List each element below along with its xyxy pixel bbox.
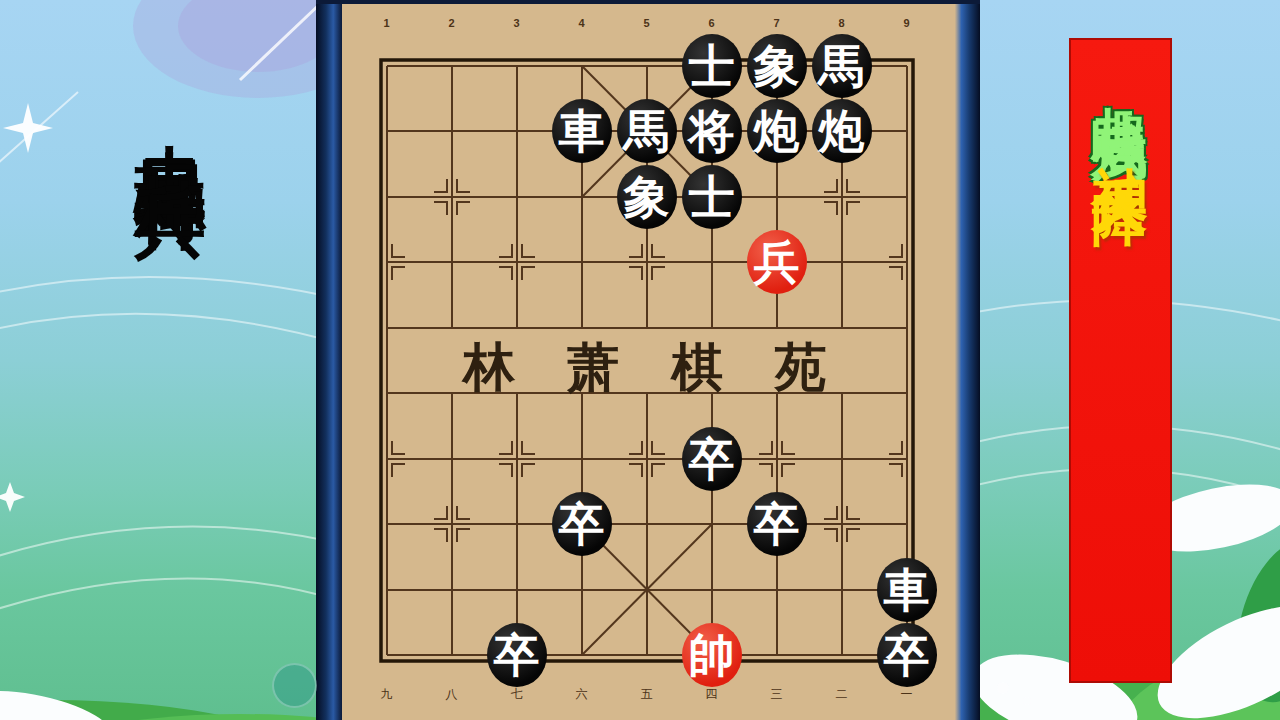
piece-black-炮-file7-rank1[interactable]: 炮: [747, 99, 807, 163]
piece-black-馬-file5-rank1[interactable]: 馬: [617, 99, 677, 163]
file-label: 八: [419, 686, 484, 703]
piece-black-卒-file9-rank9[interactable]: 卒: [877, 623, 937, 687]
file-label: 四: [679, 686, 744, 703]
piece-black-士-file6-rank0[interactable]: 士: [682, 34, 742, 98]
file-label: 五: [614, 686, 679, 703]
file-label: 1: [354, 17, 419, 29]
bottom-file-labels: 九八七六五四三二一: [354, 686, 939, 703]
piece-red-帥-file6-rank9[interactable]: 帥: [682, 623, 742, 687]
piece-black-車-file4-rank1[interactable]: 車: [552, 99, 612, 163]
sparkle-icon: [0, 92, 78, 512]
file-label: 2: [419, 17, 484, 29]
file-label: 4: [549, 17, 614, 29]
piece-black-卒-file4-rank7[interactable]: 卒: [552, 492, 612, 556]
file-label: 三: [744, 686, 809, 703]
banner-line2: 神兵天降: [1071, 120, 1170, 156]
piece-black-卒-file7-rank7[interactable]: 卒: [747, 492, 807, 556]
piece-black-馬-file8-rank0[interactable]: 馬: [812, 34, 872, 98]
piece-black-卒-file6-rank6[interactable]: 卒: [682, 427, 742, 491]
piece-black-象-file5-rank2[interactable]: 象: [617, 165, 677, 229]
file-label: 一: [874, 686, 939, 703]
file-label: 二: [809, 686, 874, 703]
file-label: 3: [484, 17, 549, 29]
piece-black-士-file6-rank2[interactable]: 士: [682, 165, 742, 229]
file-label: 六: [549, 686, 614, 703]
piece-black-卒-file3-rank9[interactable]: 卒: [487, 623, 547, 687]
video-frame: 史上最强特种兵 123456789 九八七六五四三二一 林萧棋苑 士象馬車馬将炮…: [0, 0, 1280, 720]
left-caption: 史上最强特种兵: [128, 86, 214, 135]
banner-line1: 趣味残局: [1071, 62, 1170, 94]
file-label: 九: [354, 686, 419, 703]
piece-red-兵-file7-rank3[interactable]: 兵: [747, 230, 807, 294]
file-label: 七: [484, 686, 549, 703]
piece-black-将-file6-rank1[interactable]: 将: [682, 99, 742, 163]
piece-black-炮-file8-rank1[interactable]: 炮: [812, 99, 872, 163]
side-banner: 趣味残局 神兵天降: [1069, 38, 1172, 683]
file-label: 6: [679, 17, 744, 29]
file-label: 9: [874, 17, 939, 29]
top-file-labels: 123456789: [354, 17, 939, 29]
piece-black-車-file9-rank8[interactable]: 車: [877, 558, 937, 622]
pieces-layer: 士象馬車馬将炮炮象士兵卒卒卒車卒帥卒: [354, 33, 939, 688]
file-label: 7: [744, 17, 809, 29]
bubble-decoration: [272, 663, 317, 708]
piece-black-象-file7-rank0[interactable]: 象: [747, 34, 807, 98]
file-label: 8: [809, 17, 874, 29]
file-label: 5: [614, 17, 679, 29]
